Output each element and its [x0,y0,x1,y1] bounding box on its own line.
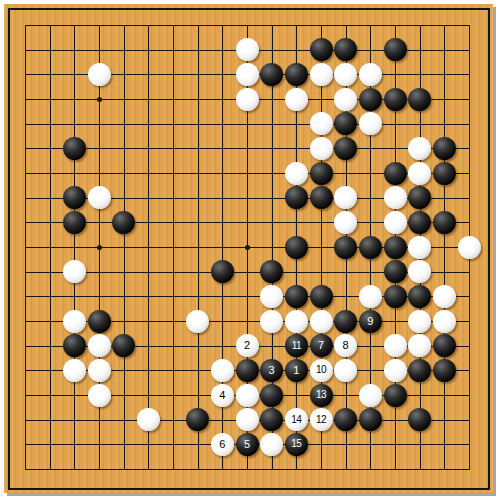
white-stone [359,285,382,308]
black-stone [285,63,308,86]
white-stone [63,260,86,283]
move-number: 14 [291,415,301,425]
move-number: 1 [293,365,299,376]
white-stone [88,186,111,209]
white-stone [310,310,333,333]
black-stone [310,162,333,185]
white-stone: 10 [310,359,333,382]
white-stone [384,186,407,209]
black-stone: 5 [236,433,259,456]
white-stone [384,359,407,382]
white-stone [88,384,111,407]
black-stone [384,285,407,308]
black-stone [211,260,234,283]
black-stone [260,384,283,407]
white-stone [359,63,382,86]
white-stone [310,63,333,86]
white-stone [408,137,431,160]
black-stone [408,88,431,111]
white-stone: 14 [285,408,308,431]
black-stone [310,285,333,308]
white-stone [236,88,259,111]
black-stone [359,88,382,111]
black-stone [63,186,86,209]
black-stone [384,162,407,185]
white-stone [334,359,357,382]
white-stone: 12 [310,408,333,431]
black-stone [384,384,407,407]
white-stone [88,359,111,382]
white-stone [334,63,357,86]
white-stone [260,285,283,308]
move-number: 2 [244,340,250,351]
black-stone [334,236,357,259]
white-stone: 4 [211,384,234,407]
white-stone [310,137,333,160]
black-stone [310,38,333,61]
move-number: 3 [269,365,275,376]
black-stone: 9 [359,310,382,333]
black-stone [433,137,456,160]
black-stone [112,211,135,234]
white-stone [408,162,431,185]
move-number: 8 [343,340,349,351]
black-stone: 15 [285,433,308,456]
white-stone [310,112,333,135]
black-stone [433,334,456,357]
white-stone [408,310,431,333]
white-stone [359,112,382,135]
move-number: 10 [316,365,326,375]
white-stone [260,310,283,333]
move-number: 12 [316,415,326,425]
white-stone [236,63,259,86]
white-stone [433,285,456,308]
black-stone [334,310,357,333]
black-stone: 3 [260,359,283,382]
black-stone [236,359,259,382]
white-stone: 6 [211,433,234,456]
move-number: 15 [291,439,301,449]
black-stone [433,359,456,382]
black-stone [384,88,407,111]
white-stone [236,408,259,431]
white-stone [211,359,234,382]
move-number: 11 [292,341,301,351]
black-stone [63,211,86,234]
black-stone [384,236,407,259]
white-stone: 2 [236,334,259,357]
white-stone [334,211,357,234]
black-stone [260,63,283,86]
white-stone [334,88,357,111]
move-number: 9 [367,316,373,327]
white-stone [359,384,382,407]
white-stone [88,63,111,86]
black-stone: 1 [285,359,308,382]
black-stone [433,211,456,234]
white-stone [384,211,407,234]
white-stone [63,310,86,333]
black-stone [63,137,86,160]
move-number: 5 [244,439,250,450]
white-stone [63,359,86,382]
black-stone [408,359,431,382]
move-number: 13 [316,390,326,400]
black-stone [359,408,382,431]
black-stone [285,236,308,259]
go-board-screenshot: 921178311041314126515 [0,0,500,500]
white-stone [285,162,308,185]
black-stone [334,137,357,160]
move-number: 4 [219,390,225,401]
black-stone: 7 [310,334,333,357]
white-stone [458,236,481,259]
white-stone [236,384,259,407]
black-stone [384,38,407,61]
black-stone [408,211,431,234]
white-stone [285,88,308,111]
black-stone [408,285,431,308]
black-stone [285,186,308,209]
move-number: 7 [318,340,324,351]
black-stone [433,162,456,185]
black-stone [359,236,382,259]
white-stone [408,236,431,259]
white-stone [433,310,456,333]
black-stone [310,186,333,209]
white-stone [186,310,209,333]
white-stone [384,334,407,357]
black-stone [88,310,111,333]
white-stone [260,433,283,456]
black-stone: 13 [310,384,333,407]
white-stone [285,310,308,333]
black-stone [285,285,308,308]
black-stone [63,334,86,357]
white-stone [137,408,160,431]
black-stone: 11 [285,334,308,357]
move-number: 6 [219,439,225,450]
white-stone [236,38,259,61]
white-stone [88,334,111,357]
black-stone [384,260,407,283]
